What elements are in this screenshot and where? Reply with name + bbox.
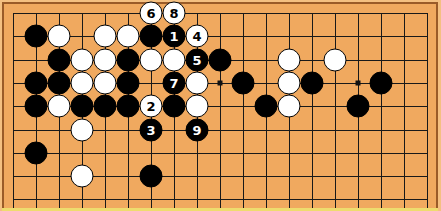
move-number-label: 5: [192, 54, 201, 67]
black-stone: [255, 95, 278, 118]
grid-vline: [381, 13, 382, 211]
grid-hline: [13, 199, 428, 200]
white-stone: [117, 25, 140, 48]
star-point: [356, 81, 361, 86]
move-stone-6: 6: [140, 2, 163, 25]
white-stone: [48, 95, 71, 118]
black-stone: [163, 95, 186, 118]
move-stone-5: 5: [186, 49, 209, 72]
white-stone: [278, 49, 301, 72]
move-stone-1: 1: [163, 25, 186, 48]
black-stone: [25, 25, 48, 48]
black-stone: [25, 95, 48, 118]
white-stone: [94, 25, 117, 48]
white-stone: [278, 95, 301, 118]
black-stone: [140, 25, 163, 48]
white-stone: [48, 25, 71, 48]
move-stone-4: 4: [186, 25, 209, 48]
black-stone: [347, 95, 370, 118]
white-stone: [324, 49, 347, 72]
move-number-label: 8: [169, 7, 178, 20]
move-number-label: 9: [192, 124, 201, 137]
white-stone: [140, 49, 163, 72]
go-board-diagram: 681457239: [0, 0, 441, 211]
move-stone-7: 7: [163, 72, 186, 95]
white-stone: [163, 49, 186, 72]
grid-vline: [427, 13, 428, 211]
white-stone: [94, 49, 117, 72]
star-point: [218, 81, 223, 86]
white-stone: [186, 95, 209, 118]
grid-hline: [13, 153, 428, 154]
black-stone: [71, 95, 94, 118]
white-stone: [278, 72, 301, 95]
move-number-label: 3: [146, 124, 155, 137]
black-stone: [48, 49, 71, 72]
grid-vline: [312, 13, 313, 211]
white-stone: [94, 72, 117, 95]
black-stone: [94, 95, 117, 118]
board-bottom-cut-edge: [2, 208, 438, 211]
white-stone: [71, 49, 94, 72]
grid-vline: [13, 13, 14, 211]
white-stone: [71, 165, 94, 188]
grid-vline: [220, 13, 221, 211]
black-stone: [209, 49, 232, 72]
black-stone: [232, 72, 255, 95]
black-stone: [301, 72, 324, 95]
white-stone: [186, 72, 209, 95]
black-stone: [117, 95, 140, 118]
move-stone-3: 3: [140, 119, 163, 142]
black-stone: [25, 72, 48, 95]
grid-hline: [13, 36, 428, 37]
grid-vline: [243, 13, 244, 211]
white-stone: [71, 72, 94, 95]
move-number-label: 1: [169, 30, 178, 43]
black-stone: [25, 142, 48, 165]
grid-vline: [335, 13, 336, 211]
black-stone: [117, 49, 140, 72]
move-stone-8: 8: [163, 2, 186, 25]
black-stone: [117, 72, 140, 95]
black-stone: [370, 72, 393, 95]
move-stone-2: 2: [140, 95, 163, 118]
move-number-label: 2: [146, 100, 155, 113]
grid-vline: [404, 13, 405, 211]
white-stone: [71, 119, 94, 142]
move-number-label: 4: [192, 30, 201, 43]
black-stone: [140, 165, 163, 188]
black-stone: [48, 72, 71, 95]
move-number-label: 6: [146, 7, 155, 20]
move-number-label: 7: [169, 77, 178, 90]
grid-hline: [13, 13, 428, 14]
move-stone-9: 9: [186, 119, 209, 142]
